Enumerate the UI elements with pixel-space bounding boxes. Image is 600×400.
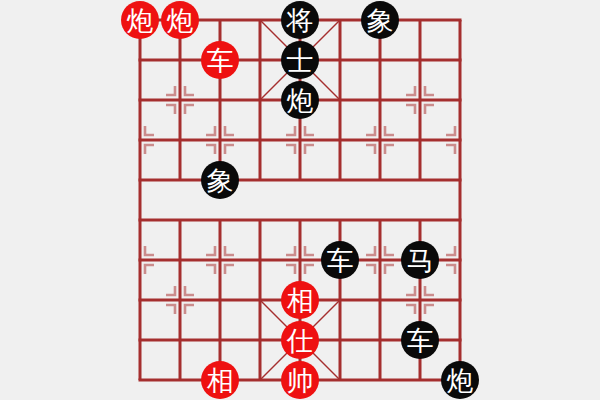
piece-red-chariot[interactable]: 车 [201,41,239,79]
piece-black-elephant[interactable]: 象 [361,1,399,39]
piece-red-advisor[interactable]: 仕 [281,321,319,359]
piece-black-advisor[interactable]: 士 [281,41,319,79]
piece-red-cannon[interactable]: 炮 [121,1,159,39]
piece-red-general[interactable]: 帅 [281,361,319,399]
piece-black-general[interactable]: 将 [281,1,319,39]
piece-red-cannon[interactable]: 炮 [161,1,199,39]
piece-black-chariot[interactable]: 车 [401,321,439,359]
piece-red-elephant[interactable]: 相 [281,281,319,319]
xiangqi-board[interactable]: 炮炮将象车士炮象车马相仕车相帅炮 [0,0,600,400]
piece-black-elephant[interactable]: 象 [201,161,239,199]
piece-black-cannon[interactable]: 炮 [281,81,319,119]
piece-black-chariot[interactable]: 车 [321,241,359,279]
piece-red-elephant[interactable]: 相 [201,361,239,399]
piece-black-horse[interactable]: 马 [401,241,439,279]
piece-black-cannon[interactable]: 炮 [441,361,479,399]
